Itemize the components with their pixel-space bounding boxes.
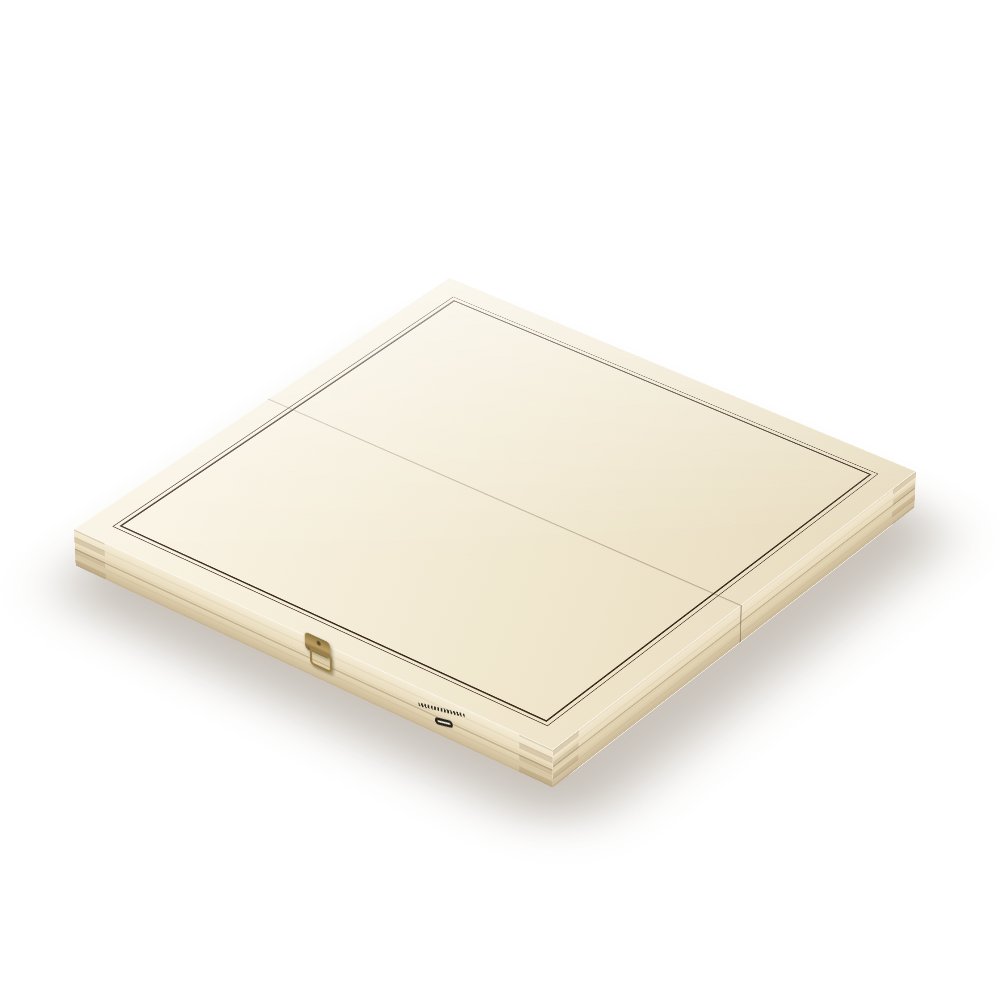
chess-board (74, 277, 916, 750)
fold-seam-side (740, 605, 742, 643)
brand-logo (418, 702, 469, 735)
product-photo-chess-set (0, 0, 1000, 1000)
board-3d-scene (74, 277, 916, 750)
board-grid (125, 303, 866, 719)
logo-text (434, 717, 453, 729)
